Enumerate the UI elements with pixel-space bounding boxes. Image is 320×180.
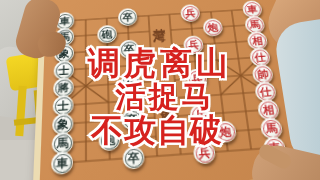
piece-label: 車: [246, 4, 258, 14]
piece-label: 卒: [122, 12, 133, 22]
video-frame: 楚河 漢界 車卒兵車馬砲炮馬象卒兵相士仕將卒兵帥士仕象卒兵相馬砲炮馬車卒兵車 调…: [0, 0, 320, 180]
piece-label: 卒: [127, 151, 139, 164]
piece-black-chariot[interactable]: 車: [51, 151, 73, 175]
piece-label: 砲: [102, 29, 113, 39]
river-label-chu: 楚河: [149, 19, 167, 25]
piece-label: 車: [59, 16, 70, 26]
piece-label: 炮: [207, 22, 219, 32]
piece-label: 車: [56, 156, 68, 169]
piece-label: 馬: [249, 19, 261, 29]
piece-label: 兵: [185, 8, 196, 18]
caption-line-3: 不攻自破: [0, 109, 317, 153]
